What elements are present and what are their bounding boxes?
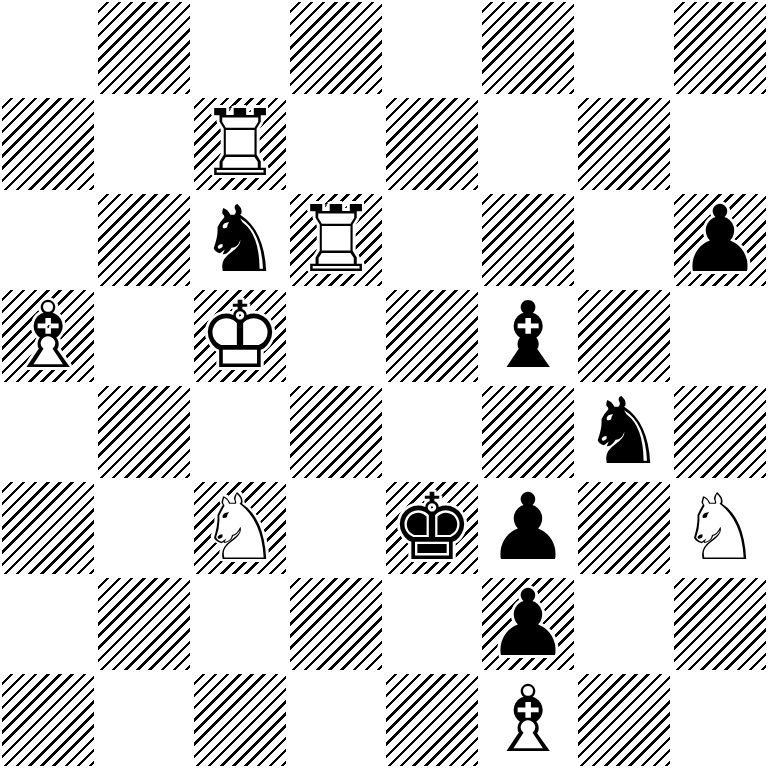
square-g7[interactable] bbox=[576, 96, 672, 192]
square-h1[interactable] bbox=[672, 672, 768, 768]
piece-black-king: ♚♚ bbox=[384, 480, 480, 576]
black-knight-glyph: ♞ bbox=[192, 192, 288, 288]
square-g2[interactable] bbox=[576, 576, 672, 672]
square-h4[interactable] bbox=[672, 384, 768, 480]
square-c8[interactable] bbox=[192, 0, 288, 96]
square-h3[interactable]: ♞♘ bbox=[672, 480, 768, 576]
piece-white-knight: ♞♘ bbox=[192, 480, 288, 576]
square-f8[interactable] bbox=[480, 0, 576, 96]
square-e1[interactable] bbox=[384, 672, 480, 768]
square-h8[interactable] bbox=[672, 0, 768, 96]
square-b4[interactable] bbox=[96, 384, 192, 480]
white-rook-glyph: ♖ bbox=[288, 192, 384, 288]
square-e2[interactable] bbox=[384, 576, 480, 672]
square-e8[interactable] bbox=[384, 0, 480, 96]
square-c5[interactable]: ♚♔ bbox=[192, 288, 288, 384]
square-b8[interactable] bbox=[96, 0, 192, 96]
square-c2[interactable] bbox=[192, 576, 288, 672]
square-h5[interactable] bbox=[672, 288, 768, 384]
square-d1[interactable] bbox=[288, 672, 384, 768]
square-g1[interactable] bbox=[576, 672, 672, 768]
square-c3[interactable]: ♞♘ bbox=[192, 480, 288, 576]
square-h6[interactable]: ♟♟ bbox=[672, 192, 768, 288]
piece-white-bishop: ♝♗ bbox=[480, 672, 576, 768]
piece-black-knight: ♞♞ bbox=[192, 192, 288, 288]
black-knight-glyph: ♞ bbox=[576, 384, 672, 480]
square-g3[interactable] bbox=[576, 480, 672, 576]
black-king-glyph: ♚ bbox=[384, 480, 480, 576]
white-king-glyph: ♔ bbox=[192, 288, 288, 384]
square-b7[interactable] bbox=[96, 96, 192, 192]
square-e4[interactable] bbox=[384, 384, 480, 480]
square-b2[interactable] bbox=[96, 576, 192, 672]
piece-black-pawn: ♟♟ bbox=[480, 480, 576, 576]
square-c7[interactable]: ♜♖ bbox=[192, 96, 288, 192]
square-h7[interactable] bbox=[672, 96, 768, 192]
piece-white-rook: ♜♖ bbox=[288, 192, 384, 288]
square-a6[interactable] bbox=[0, 192, 96, 288]
square-c4[interactable] bbox=[192, 384, 288, 480]
white-knight-glyph: ♘ bbox=[192, 480, 288, 576]
square-c6[interactable]: ♞♞ bbox=[192, 192, 288, 288]
square-f2[interactable]: ♟♟ bbox=[480, 576, 576, 672]
square-g5[interactable] bbox=[576, 288, 672, 384]
square-a7[interactable] bbox=[0, 96, 96, 192]
square-f4[interactable] bbox=[480, 384, 576, 480]
square-a8[interactable] bbox=[0, 0, 96, 96]
square-b1[interactable] bbox=[96, 672, 192, 768]
white-knight-glyph: ♘ bbox=[672, 480, 768, 576]
square-d5[interactable] bbox=[288, 288, 384, 384]
square-f1[interactable]: ♝♗ bbox=[480, 672, 576, 768]
piece-black-knight: ♞♞ bbox=[576, 384, 672, 480]
square-b5[interactable] bbox=[96, 288, 192, 384]
square-f6[interactable] bbox=[480, 192, 576, 288]
white-rook-glyph: ♖ bbox=[192, 96, 288, 192]
square-g4[interactable]: ♞♞ bbox=[576, 384, 672, 480]
square-f5[interactable]: ♝♝ bbox=[480, 288, 576, 384]
square-e6[interactable] bbox=[384, 192, 480, 288]
square-d3[interactable] bbox=[288, 480, 384, 576]
square-e3[interactable]: ♚♚ bbox=[384, 480, 480, 576]
square-d7[interactable] bbox=[288, 96, 384, 192]
square-a4[interactable] bbox=[0, 384, 96, 480]
square-a1[interactable] bbox=[0, 672, 96, 768]
square-a2[interactable] bbox=[0, 576, 96, 672]
square-g6[interactable] bbox=[576, 192, 672, 288]
piece-white-rook: ♜♖ bbox=[192, 96, 288, 192]
white-bishop-glyph: ♗ bbox=[0, 288, 96, 384]
square-b3[interactable] bbox=[96, 480, 192, 576]
piece-black-bishop: ♝♝ bbox=[480, 288, 576, 384]
square-d8[interactable] bbox=[288, 0, 384, 96]
square-d2[interactable] bbox=[288, 576, 384, 672]
square-b6[interactable] bbox=[96, 192, 192, 288]
black-pawn-glyph: ♟ bbox=[480, 480, 576, 576]
square-h2[interactable] bbox=[672, 576, 768, 672]
black-pawn-glyph: ♟ bbox=[480, 576, 576, 672]
piece-white-knight: ♞♘ bbox=[672, 480, 768, 576]
square-d6[interactable]: ♜♖ bbox=[288, 192, 384, 288]
square-g8[interactable] bbox=[576, 0, 672, 96]
square-f7[interactable] bbox=[480, 96, 576, 192]
piece-black-pawn: ♟♟ bbox=[672, 192, 768, 288]
chess-board: ♜♖♞♞♜♖♟♟♝♗♚♔♝♝♞♞♞♘♚♚♟♟♞♘♟♟♝♗ bbox=[0, 0, 768, 768]
white-bishop-glyph: ♗ bbox=[480, 672, 576, 768]
piece-black-pawn: ♟♟ bbox=[480, 576, 576, 672]
black-bishop-glyph: ♝ bbox=[480, 288, 576, 384]
piece-white-bishop: ♝♗ bbox=[0, 288, 96, 384]
black-pawn-glyph: ♟ bbox=[672, 192, 768, 288]
square-f3[interactable]: ♟♟ bbox=[480, 480, 576, 576]
square-a5[interactable]: ♝♗ bbox=[0, 288, 96, 384]
square-d4[interactable] bbox=[288, 384, 384, 480]
square-e7[interactable] bbox=[384, 96, 480, 192]
square-e5[interactable] bbox=[384, 288, 480, 384]
square-a3[interactable] bbox=[0, 480, 96, 576]
square-c1[interactable] bbox=[192, 672, 288, 768]
piece-white-king: ♚♔ bbox=[192, 288, 288, 384]
